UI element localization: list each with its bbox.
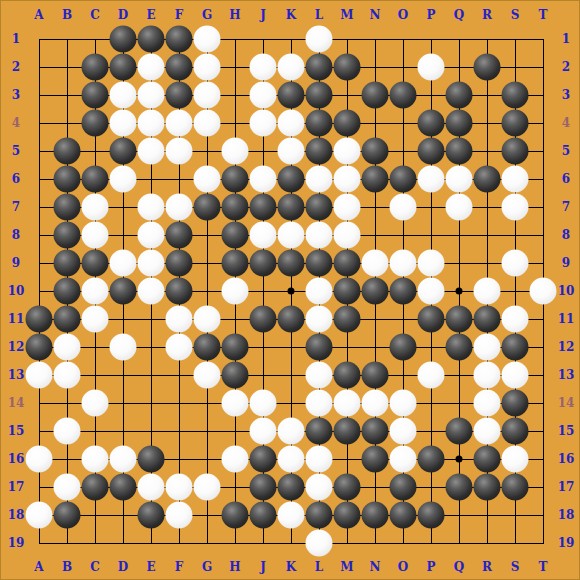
black-stone-O10[interactable] [390,278,417,305]
row-label-left: 2 [2,60,30,74]
row-label-right: 7 [552,200,580,214]
black-stone-R16[interactable] [474,446,501,473]
column-label-top: R [473,8,501,22]
black-stone-G7[interactable] [194,194,221,221]
black-stone-A12[interactable] [26,334,53,361]
white-stone-B15[interactable] [54,418,81,445]
white-stone-F12[interactable] [166,334,193,361]
black-stone-B11[interactable] [54,306,81,333]
white-stone-D16[interactable] [110,446,137,473]
black-stone-Q15[interactable] [446,418,473,445]
white-stone-L16[interactable] [306,446,333,473]
black-stone-B18[interactable] [54,502,81,529]
black-stone-K6[interactable] [278,166,305,193]
black-stone-L18[interactable] [306,502,333,529]
column-label-bottom: B [53,560,81,574]
column-label-top: J [249,8,277,22]
black-stone-P16[interactable] [418,446,445,473]
white-stone-G11[interactable] [194,306,221,333]
black-stone-K9[interactable] [278,250,305,277]
row-label-left: 8 [2,228,30,242]
row-label-left: 15 [2,424,30,438]
black-stone-S15[interactable] [502,418,529,445]
white-stone-R13[interactable] [474,362,501,389]
white-stone-D6[interactable] [110,166,137,193]
white-stone-J3[interactable] [250,82,277,109]
white-stone-S9[interactable] [502,250,529,277]
row-label-right: 15 [552,424,580,438]
white-stone-C14[interactable] [82,390,109,417]
white-stone-J4[interactable] [250,110,277,137]
white-stone-E10[interactable] [138,278,165,305]
black-stone-P18[interactable] [418,502,445,529]
black-stone-F3[interactable] [166,82,193,109]
row-label-left: 3 [2,88,30,102]
row-label-left: 7 [2,200,30,214]
star-point [288,288,295,295]
white-stone-Q6[interactable] [446,166,473,193]
black-stone-J7[interactable] [250,194,277,221]
black-stone-O18[interactable] [390,502,417,529]
white-stone-B12[interactable] [54,334,81,361]
white-stone-M7[interactable] [334,194,361,221]
row-label-left: 10 [2,284,30,298]
row-label-right: 4 [552,116,580,130]
black-stone-S3[interactable] [502,82,529,109]
white-stone-L1[interactable] [306,26,333,53]
white-stone-R10[interactable] [474,278,501,305]
column-label-bottom: N [361,560,389,574]
black-stone-N3[interactable] [362,82,389,109]
row-label-right: 5 [552,144,580,158]
black-stone-S12[interactable] [502,334,529,361]
white-stone-G4[interactable] [194,110,221,137]
black-stone-Q4[interactable] [446,110,473,137]
column-label-top: Q [445,8,473,22]
column-label-bottom: S [501,560,529,574]
white-stone-K18[interactable] [278,502,305,529]
column-label-top: S [501,8,529,22]
white-stone-H14[interactable] [222,390,249,417]
white-stone-Q7[interactable] [446,194,473,221]
black-stone-K11[interactable] [278,306,305,333]
black-stone-B10[interactable] [54,278,81,305]
star-point [456,288,463,295]
column-label-top: E [137,8,165,22]
white-stone-K2[interactable] [278,54,305,81]
white-stone-J15[interactable] [250,418,277,445]
white-stone-T10[interactable] [530,278,557,305]
white-stone-F7[interactable] [166,194,193,221]
column-label-bottom: D [109,560,137,574]
black-stone-F1[interactable] [166,26,193,53]
white-stone-K8[interactable] [278,222,305,249]
column-label-bottom: G [193,560,221,574]
row-label-right: 18 [552,508,580,522]
white-stone-F4[interactable] [166,110,193,137]
column-label-bottom: L [305,560,333,574]
black-stone-D2[interactable] [110,54,137,81]
black-stone-R17[interactable] [474,474,501,501]
black-stone-F2[interactable] [166,54,193,81]
white-stone-D4[interactable] [110,110,137,137]
white-stone-N9[interactable] [362,250,389,277]
black-stone-Q12[interactable] [446,334,473,361]
black-stone-M9[interactable] [334,250,361,277]
row-label-right: 16 [552,452,580,466]
black-stone-L15[interactable] [306,418,333,445]
white-stone-K4[interactable] [278,110,305,137]
white-stone-O9[interactable] [390,250,417,277]
black-stone-C3[interactable] [82,82,109,109]
column-label-top: F [165,8,193,22]
white-stone-O15[interactable] [390,418,417,445]
white-stone-G3[interactable] [194,82,221,109]
black-stone-M10[interactable] [334,278,361,305]
white-stone-L11[interactable] [306,306,333,333]
row-label-right: 1 [552,32,580,46]
white-stone-H16[interactable] [222,446,249,473]
white-stone-G2[interactable] [194,54,221,81]
black-stone-F10[interactable] [166,278,193,305]
white-stone-A13[interactable] [26,362,53,389]
white-stone-J8[interactable] [250,222,277,249]
column-label-bottom: A [25,560,53,574]
row-label-right: 2 [552,60,580,74]
row-label-right: 11 [552,312,580,326]
white-stone-P10[interactable] [418,278,445,305]
row-label-left: 14 [2,396,30,410]
column-label-bottom: O [389,560,417,574]
black-stone-E16[interactable] [138,446,165,473]
column-label-bottom: P [417,560,445,574]
white-stone-M5[interactable] [334,138,361,165]
white-stone-H10[interactable] [222,278,249,305]
black-stone-M13[interactable] [334,362,361,389]
black-stone-N13[interactable] [362,362,389,389]
column-label-top: H [221,8,249,22]
white-stone-G1[interactable] [194,26,221,53]
column-label-bottom: K [277,560,305,574]
black-stone-H9[interactable] [222,250,249,277]
column-label-top: T [529,8,557,22]
column-label-bottom: T [529,560,557,574]
white-stone-K5[interactable] [278,138,305,165]
black-stone-P11[interactable] [418,306,445,333]
white-stone-F5[interactable] [166,138,193,165]
white-stone-E7[interactable] [138,194,165,221]
black-stone-N10[interactable] [362,278,389,305]
grid-line-h [39,403,544,404]
column-label-bottom: H [221,560,249,574]
black-stone-R11[interactable] [474,306,501,333]
black-stone-K17[interactable] [278,474,305,501]
white-stone-C11[interactable] [82,306,109,333]
white-stone-D9[interactable] [110,250,137,277]
column-label-top: N [361,8,389,22]
white-stone-J14[interactable] [250,390,277,417]
black-stone-D5[interactable] [110,138,137,165]
black-stone-H18[interactable] [222,502,249,529]
black-stone-E1[interactable] [138,26,165,53]
white-stone-F17[interactable] [166,474,193,501]
white-stone-P9[interactable] [418,250,445,277]
row-label-left: 1 [2,32,30,46]
white-stone-F18[interactable] [166,502,193,529]
black-stone-M11[interactable] [334,306,361,333]
white-stone-L8[interactable] [306,222,333,249]
black-stone-M17[interactable] [334,474,361,501]
white-stone-G6[interactable] [194,166,221,193]
white-stone-L13[interactable] [306,362,333,389]
black-stone-H13[interactable] [222,362,249,389]
white-stone-D3[interactable] [110,82,137,109]
white-stone-A18[interactable] [26,502,53,529]
white-stone-K15[interactable] [278,418,305,445]
black-stone-J11[interactable] [250,306,277,333]
column-label-top: O [389,8,417,22]
column-label-bottom: E [137,560,165,574]
row-label-right: 12 [552,340,580,354]
row-label-left: 17 [2,480,30,494]
black-stone-J16[interactable] [250,446,277,473]
black-stone-F8[interactable] [166,222,193,249]
black-stone-L3[interactable] [306,82,333,109]
white-stone-G13[interactable] [194,362,221,389]
black-stone-E18[interactable] [138,502,165,529]
black-stone-R6[interactable] [474,166,501,193]
white-stone-O7[interactable] [390,194,417,221]
black-stone-K7[interactable] [278,194,305,221]
black-stone-B6[interactable] [54,166,81,193]
white-stone-S7[interactable] [502,194,529,221]
black-stone-O12[interactable] [390,334,417,361]
white-stone-E5[interactable] [138,138,165,165]
column-label-top: C [81,8,109,22]
black-stone-B7[interactable] [54,194,81,221]
go-board[interactable]: AABBCCDDEEFFGGHHJJKKLLMMNNOOPPQQRRSSTT11… [0,0,580,580]
white-stone-L19[interactable] [306,530,333,557]
column-label-bottom: M [333,560,361,574]
black-stone-B8[interactable] [54,222,81,249]
grid-line-h [39,375,544,376]
white-stone-E9[interactable] [138,250,165,277]
white-stone-E2[interactable] [138,54,165,81]
white-stone-J2[interactable] [250,54,277,81]
white-stone-E3[interactable] [138,82,165,109]
white-stone-F11[interactable] [166,306,193,333]
row-label-left: 6 [2,172,30,186]
white-stone-B13[interactable] [54,362,81,389]
column-label-top: K [277,8,305,22]
black-stone-N15[interactable] [362,418,389,445]
white-stone-L10[interactable] [306,278,333,305]
black-stone-M15[interactable] [334,418,361,445]
black-stone-P5[interactable] [418,138,445,165]
grid-line-h [39,543,544,544]
white-stone-S6[interactable] [502,166,529,193]
row-label-right: 14 [552,396,580,410]
black-stone-J9[interactable] [250,250,277,277]
black-stone-C17[interactable] [82,474,109,501]
black-stone-D10[interactable] [110,278,137,305]
black-stone-S5[interactable] [502,138,529,165]
white-stone-S13[interactable] [502,362,529,389]
white-stone-E4[interactable] [138,110,165,137]
white-stone-R12[interactable] [474,334,501,361]
star-point [456,456,463,463]
white-stone-E8[interactable] [138,222,165,249]
white-stone-J6[interactable] [250,166,277,193]
white-stone-P6[interactable] [418,166,445,193]
white-stone-S11[interactable] [502,306,529,333]
row-label-right: 9 [552,256,580,270]
black-stone-D1[interactable] [110,26,137,53]
column-label-bottom: F [165,560,193,574]
white-stone-M8[interactable] [334,222,361,249]
column-label-top: G [193,8,221,22]
white-stone-M14[interactable] [334,390,361,417]
white-stone-M6[interactable] [334,166,361,193]
black-stone-Q11[interactable] [446,306,473,333]
black-stone-J17[interactable] [250,474,277,501]
row-label-right: 13 [552,368,580,382]
row-label-left: 5 [2,144,30,158]
white-stone-R15[interactable] [474,418,501,445]
black-stone-S17[interactable] [502,474,529,501]
black-stone-L2[interactable] [306,54,333,81]
black-stone-Q3[interactable] [446,82,473,109]
black-stone-C9[interactable] [82,250,109,277]
black-stone-J18[interactable] [250,502,277,529]
black-stone-M2[interactable] [334,54,361,81]
white-stone-R14[interactable] [474,390,501,417]
black-stone-O17[interactable] [390,474,417,501]
black-stone-S14[interactable] [502,390,529,417]
row-label-right: 3 [552,88,580,102]
black-stone-M18[interactable] [334,502,361,529]
white-stone-O16[interactable] [390,446,417,473]
row-label-left: 19 [2,536,30,550]
black-stone-C4[interactable] [82,110,109,137]
row-label-left: 9 [2,256,30,270]
black-stone-F9[interactable] [166,250,193,277]
black-stone-Q5[interactable] [446,138,473,165]
white-stone-A16[interactable] [26,446,53,473]
black-stone-L9[interactable] [306,250,333,277]
black-stone-P4[interactable] [418,110,445,137]
white-stone-C7[interactable] [82,194,109,221]
black-stone-C2[interactable] [82,54,109,81]
white-stone-O14[interactable] [390,390,417,417]
black-stone-L4[interactable] [306,110,333,137]
black-stone-D17[interactable] [110,474,137,501]
black-stone-H6[interactable] [222,166,249,193]
white-stone-L17[interactable] [306,474,333,501]
column-label-bottom: C [81,560,109,574]
black-stone-S4[interactable] [502,110,529,137]
black-stone-H8[interactable] [222,222,249,249]
white-stone-C10[interactable] [82,278,109,305]
black-stone-B5[interactable] [54,138,81,165]
black-stone-L7[interactable] [306,194,333,221]
column-label-top: P [417,8,445,22]
black-stone-O3[interactable] [390,82,417,109]
black-stone-K3[interactable] [278,82,305,109]
white-stone-C16[interactable] [82,446,109,473]
row-label-right: 6 [552,172,580,186]
column-label-bottom: Q [445,560,473,574]
row-label-left: 4 [2,116,30,130]
column-label-top: A [25,8,53,22]
black-stone-L5[interactable] [306,138,333,165]
black-stone-A11[interactable] [26,306,53,333]
column-label-top: L [305,8,333,22]
white-stone-B17[interactable] [54,474,81,501]
black-stone-M4[interactable] [334,110,361,137]
white-stone-E17[interactable] [138,474,165,501]
column-label-top: M [333,8,361,22]
white-stone-S16[interactable] [502,446,529,473]
white-stone-N14[interactable] [362,390,389,417]
column-label-top: D [109,8,137,22]
black-stone-R2[interactable] [474,54,501,81]
black-stone-H12[interactable] [222,334,249,361]
white-stone-H5[interactable] [222,138,249,165]
black-stone-N18[interactable] [362,502,389,529]
white-stone-G17[interactable] [194,474,221,501]
white-stone-L6[interactable] [306,166,333,193]
white-stone-C8[interactable] [82,222,109,249]
black-stone-N5[interactable] [362,138,389,165]
white-stone-P2[interactable] [418,54,445,81]
white-stone-D12[interactable] [110,334,137,361]
column-label-bottom: R [473,560,501,574]
column-label-bottom: J [249,560,277,574]
white-stone-L14[interactable] [306,390,333,417]
white-stone-K16[interactable] [278,446,305,473]
black-stone-H7[interactable] [222,194,249,221]
black-stone-O6[interactable] [390,166,417,193]
column-label-top: B [53,8,81,22]
black-stone-C6[interactable] [82,166,109,193]
white-stone-P13[interactable] [418,362,445,389]
black-stone-N16[interactable] [362,446,389,473]
black-stone-G12[interactable] [194,334,221,361]
black-stone-N6[interactable] [362,166,389,193]
black-stone-B9[interactable] [54,250,81,277]
black-stone-L12[interactable] [306,334,333,361]
row-label-right: 8 [552,228,580,242]
black-stone-Q17[interactable] [446,474,473,501]
row-label-right: 17 [552,480,580,494]
row-label-right: 19 [552,536,580,550]
